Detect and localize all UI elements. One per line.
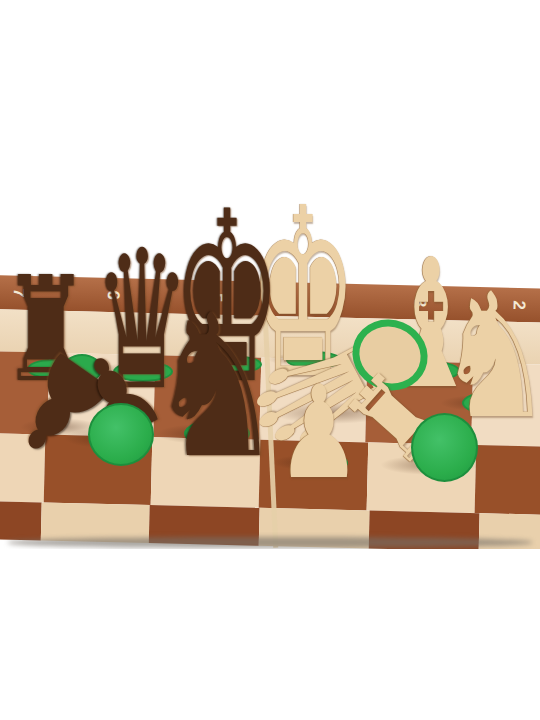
chess-set-product-photo: 765432 ♜♛♚♞♟♟♚♛♝♞♟♜: [0, 0, 540, 720]
dark-pawn-fallen-b-felt-base: [88, 403, 154, 466]
pieces-layer: ♜♛♚♞♟♟♚♛♝♞♟♜: [0, 0, 540, 720]
white-rook-fallen-felt-base: [411, 413, 478, 482]
